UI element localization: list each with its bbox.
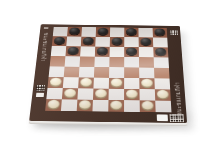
black-piece[interactable] [97,28,108,36]
label-tag [35,93,43,97]
board-square[interactable] [95,37,110,47]
board-square[interactable] [139,78,155,89]
board-square[interactable] [49,66,65,77]
board-square[interactable] [66,36,81,46]
board-square[interactable] [109,57,124,68]
board-square[interactable] [52,36,67,46]
white-piece[interactable] [156,90,169,99]
black-piece[interactable] [140,38,152,46]
board-square[interactable] [110,37,125,47]
board-square[interactable] [139,47,154,57]
black-piece[interactable] [69,27,81,35]
qr-code-icon [169,30,177,35]
board-square[interactable] [80,46,95,56]
qr-code-icon [36,85,45,91]
board-square[interactable] [154,57,169,68]
board-square[interactable] [109,78,124,89]
black-piece[interactable] [111,37,122,45]
board-square[interactable] [61,99,77,111]
board-square[interactable] [139,57,154,68]
board-square[interactable] [109,89,125,100]
board-square[interactable] [96,27,111,37]
white-piece[interactable] [110,100,122,109]
board-square[interactable] [139,37,154,47]
white-piece[interactable] [126,89,138,98]
board-square[interactable] [93,89,109,100]
board-square[interactable] [153,28,168,38]
board-square[interactable] [65,56,81,67]
white-piece[interactable] [47,100,60,109]
board-square[interactable] [154,78,170,89]
board-square[interactable] [50,56,66,67]
black-piece[interactable] [67,47,79,55]
white-piece[interactable] [80,78,92,87]
board-square[interactable] [77,100,93,112]
board-square[interactable] [81,27,96,37]
white-sticker [157,114,168,121]
board-square[interactable] [81,37,96,47]
board-square[interactable] [53,27,68,37]
board-square[interactable] [153,37,168,47]
white-piece[interactable] [78,100,91,109]
white-piece[interactable] [49,77,62,86]
white-piece[interactable] [110,78,122,87]
board-square[interactable] [51,46,67,56]
board-square[interactable] [65,46,80,56]
board-square[interactable] [108,100,124,112]
black-piece[interactable] [82,37,94,45]
black-piece[interactable] [54,37,66,45]
checkers-board: ชนะชนเกมกีฬา ชนะชนเกมกีฬา [29,24,187,123]
qr-code-icon [170,113,184,121]
board-square[interactable] [153,47,168,57]
white-piece[interactable] [141,101,154,110]
board-square[interactable] [139,68,154,79]
logo-mark [44,27,48,29]
board-square[interactable] [124,57,139,68]
board-square[interactable] [124,100,140,112]
board-square[interactable] [124,28,138,38]
board-square[interactable] [94,67,109,78]
board-square[interactable] [155,101,171,113]
board-square[interactable] [124,67,139,78]
white-piece[interactable] [64,89,77,98]
board-square[interactable] [124,37,139,47]
board-square[interactable] [154,68,170,79]
black-piece[interactable] [155,48,167,56]
board-square[interactable] [138,28,152,38]
black-piece[interactable] [126,28,137,36]
white-piece[interactable] [95,89,107,98]
board-square[interactable] [95,47,110,57]
board-square[interactable] [155,89,171,100]
black-piece[interactable] [96,47,108,55]
board-square[interactable] [110,47,125,57]
board-square[interactable] [62,88,78,99]
black-piece[interactable] [154,28,166,36]
board-square[interactable] [45,99,62,111]
board-square[interactable] [79,67,95,78]
board-square[interactable] [92,100,108,112]
board-square[interactable] [77,88,93,99]
frame-brand-text-right: ชนะชนเกมกีฬา [172,55,183,115]
board-square[interactable] [110,27,124,37]
board-square[interactable] [67,27,82,37]
white-piece[interactable] [141,79,153,88]
board-square[interactable] [78,77,94,88]
board-square[interactable] [93,78,109,89]
product-photo: ชนะชนเกมกีฬา ชนะชนเกมกีฬา [0,0,200,150]
board-square[interactable] [124,89,140,100]
playing-area [45,27,171,113]
board-square[interactable] [140,100,156,112]
board-square[interactable] [139,89,155,100]
board-square[interactable] [64,67,80,78]
board-square[interactable] [63,77,79,88]
board-square[interactable] [79,56,94,67]
board-square[interactable] [124,47,139,57]
black-piece[interactable] [126,47,138,55]
board-square[interactable] [109,67,124,78]
board-square[interactable] [124,78,139,89]
board-square[interactable] [46,88,62,99]
board-square[interactable] [94,57,109,68]
board-square[interactable] [47,77,63,88]
